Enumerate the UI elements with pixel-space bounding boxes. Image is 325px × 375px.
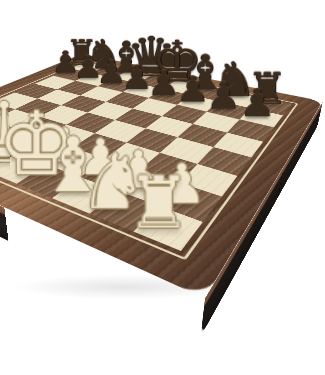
black-pawn[interactable]: ♟: [207, 78, 240, 115]
product-photo-canvas: ♜♞♝♛♚♝♞♜♟♟♟♟♟♟♟♟♟♟♟♟♟♟♟♟♜♞♝♛♚♝♞♜: [0, 0, 325, 375]
black-pawn[interactable]: ♟: [240, 84, 274, 122]
chess-board: ♜♞♝♛♚♝♞♜♟♟♟♟♟♟♟♟♟♟♟♟♟♟♟♟♜♞♝♛♚♝♞♜: [0, 54, 323, 299]
white-rook[interactable]: ♜: [126, 167, 191, 239]
fold-seam: [278, 173, 283, 198]
scene: ♜♞♝♛♚♝♞♜♟♟♟♟♟♟♟♟♟♟♟♟♟♟♟♟♜♞♝♛♚♝♞♜: [0, 0, 325, 375]
black-pawn[interactable]: ♟: [176, 72, 208, 108]
black-pawn[interactable]: ♟: [148, 66, 179, 100]
